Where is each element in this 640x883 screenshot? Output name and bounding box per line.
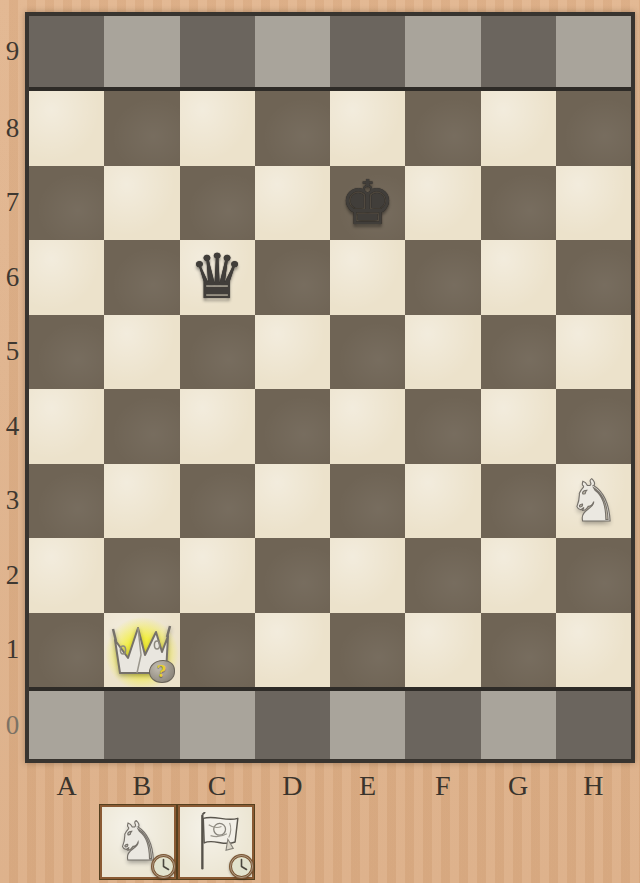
square-f2[interactable]: [405, 538, 480, 613]
square-f7[interactable]: [405, 166, 480, 241]
piece-black-king[interactable]: ♚: [340, 172, 396, 234]
square-h3[interactable]: ♞: [556, 464, 631, 539]
file-label-c: C: [180, 770, 255, 802]
square-e8[interactable]: [330, 91, 405, 166]
square-h6[interactable]: [556, 240, 631, 315]
square-e0: [330, 691, 405, 759]
rank-label-2: 2: [0, 538, 25, 613]
square-h0: [556, 691, 631, 759]
square-b7[interactable]: [104, 166, 179, 241]
square-b1[interactable]: ?: [104, 613, 179, 688]
rank-label-5: 5: [0, 315, 25, 390]
square-a3[interactable]: [29, 464, 104, 539]
square-e6[interactable]: [330, 240, 405, 315]
square-d6[interactable]: [255, 240, 330, 315]
board: ♚♛♞?: [25, 12, 635, 763]
file-label-e: E: [330, 770, 405, 802]
square-a7[interactable]: [29, 166, 104, 241]
square-f5[interactable]: [405, 315, 480, 390]
square-g1[interactable]: [481, 613, 556, 688]
square-e1[interactable]: [330, 613, 405, 688]
square-c5[interactable]: [180, 315, 255, 390]
square-b6[interactable]: [104, 240, 179, 315]
square-c0: [180, 691, 255, 759]
file-label-d: D: [255, 770, 330, 802]
square-c8[interactable]: [180, 91, 255, 166]
square-g5[interactable]: [481, 315, 556, 390]
square-c3[interactable]: [180, 464, 255, 539]
square-c9: [180, 16, 255, 87]
square-a5[interactable]: [29, 315, 104, 390]
square-a6[interactable]: [29, 240, 104, 315]
square-f0: [405, 691, 480, 759]
square-a0: [29, 691, 104, 759]
square-h8[interactable]: [556, 91, 631, 166]
square-g6[interactable]: [481, 240, 556, 315]
square-e7[interactable]: ♚: [330, 166, 405, 241]
piece-tray: ♞: [100, 805, 254, 879]
rank-label-8: 8: [0, 91, 25, 166]
square-e4[interactable]: [330, 389, 405, 464]
clock-icon: [228, 853, 255, 880]
square-b9: [104, 16, 179, 87]
square-a4[interactable]: [29, 389, 104, 464]
file-label-g: G: [481, 770, 556, 802]
square-a9: [29, 16, 104, 87]
square-b0: [104, 691, 179, 759]
square-g0: [481, 691, 556, 759]
square-g7[interactable]: [481, 166, 556, 241]
file-label-f: F: [405, 770, 480, 802]
square-d0: [255, 691, 330, 759]
square-d9: [255, 16, 330, 87]
square-g4[interactable]: [481, 389, 556, 464]
square-f6[interactable]: [405, 240, 480, 315]
clock-icon: [150, 853, 177, 880]
square-b3[interactable]: [104, 464, 179, 539]
rank-label-4: 4: [0, 389, 25, 464]
square-h1[interactable]: [556, 613, 631, 688]
square-f8[interactable]: [405, 91, 480, 166]
piece-white-knight[interactable]: ♞: [567, 472, 619, 530]
square-f9: [405, 16, 480, 87]
rank-label-7: 7: [0, 166, 25, 241]
square-g8[interactable]: [481, 91, 556, 166]
square-b5[interactable]: [104, 315, 179, 390]
square-a2[interactable]: [29, 538, 104, 613]
square-b4[interactable]: [104, 389, 179, 464]
square-c1[interactable]: [180, 613, 255, 688]
rank-label-1: 1: [0, 613, 25, 688]
tray-card-flag[interactable]: [178, 805, 254, 879]
square-d5[interactable]: [255, 315, 330, 390]
square-d7[interactable]: [255, 166, 330, 241]
file-labels: ABCDEFGH: [29, 770, 631, 802]
square-h2[interactable]: [556, 538, 631, 613]
square-a8[interactable]: [29, 91, 104, 166]
square-h7[interactable]: [556, 166, 631, 241]
square-d1[interactable]: [255, 613, 330, 688]
file-label-b: B: [104, 770, 179, 802]
file-label-a: A: [29, 770, 104, 802]
tray-card-knight[interactable]: ♞: [100, 805, 176, 879]
square-d3[interactable]: [255, 464, 330, 539]
square-d4[interactable]: [255, 389, 330, 464]
piece-black-queen[interactable]: ♛: [189, 246, 245, 308]
square-b8[interactable]: [104, 91, 179, 166]
rank-label-6: 6: [0, 240, 25, 315]
square-g3[interactable]: [481, 464, 556, 539]
square-g2[interactable]: [481, 538, 556, 613]
square-c2[interactable]: [180, 538, 255, 613]
square-h9: [556, 16, 631, 87]
square-h5[interactable]: [556, 315, 631, 390]
game-screen: ♚♛♞? 9876543210 ABCDEFGH ♞: [0, 0, 640, 883]
square-h4[interactable]: [556, 389, 631, 464]
square-b2[interactable]: [104, 538, 179, 613]
square-g9: [481, 16, 556, 87]
square-e2[interactable]: [330, 538, 405, 613]
rank-label-3: 3: [0, 464, 25, 539]
square-e5[interactable]: [330, 315, 405, 390]
square-a1[interactable]: [29, 613, 104, 688]
rank-label-9: 9: [0, 16, 25, 87]
file-label-h: H: [556, 770, 631, 802]
square-d2[interactable]: [255, 538, 330, 613]
square-d8[interactable]: [255, 91, 330, 166]
square-e9: [330, 16, 405, 87]
square-e3[interactable]: [330, 464, 405, 539]
square-c7[interactable]: [180, 166, 255, 241]
square-f4[interactable]: [405, 389, 480, 464]
rank-label-0: 0: [0, 691, 25, 759]
square-c6[interactable]: ♛: [180, 240, 255, 315]
square-f1[interactable]: [405, 613, 480, 688]
square-c4[interactable]: [180, 389, 255, 464]
unknown-badge: ?: [149, 660, 175, 683]
square-f3[interactable]: [405, 464, 480, 539]
